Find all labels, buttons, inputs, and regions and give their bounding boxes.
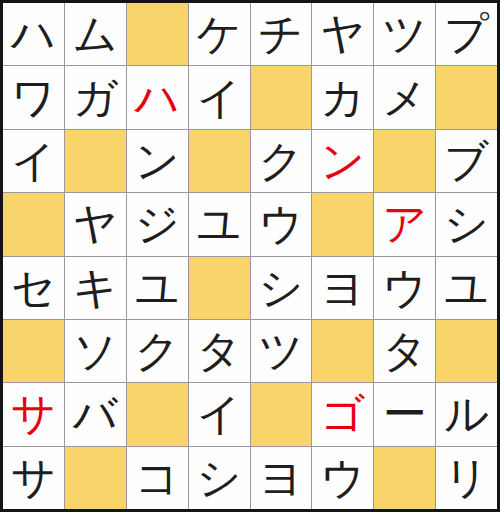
letter-cell: ム — [65, 3, 126, 65]
letter-cell: プ — [436, 3, 497, 65]
blocked-cell — [436, 320, 497, 382]
letter-cell: ツ — [251, 320, 312, 382]
letter-cell: コ — [127, 447, 188, 509]
letter-cell: ウ — [312, 447, 373, 509]
blocked-cell — [436, 66, 497, 128]
letter-cell: ユ — [127, 257, 188, 319]
letter-cell: ヤ — [312, 3, 373, 65]
letter-cell: ゴ — [312, 383, 373, 445]
blocked-cell — [312, 320, 373, 382]
blocked-cell — [3, 193, 64, 255]
letter-cell: ケ — [189, 3, 250, 65]
letter-cell: ン — [312, 130, 373, 192]
letter-cell: ユ — [189, 193, 250, 255]
letter-cell: ハ — [127, 66, 188, 128]
letter-cell: イ — [3, 130, 64, 192]
letter-cell: サ — [3, 383, 64, 445]
letter-cell: カ — [312, 66, 373, 128]
letter-cell: メ — [374, 66, 435, 128]
blocked-cell — [127, 3, 188, 65]
letter-cell: ワ — [3, 66, 64, 128]
blocked-cell — [65, 130, 126, 192]
letter-cell: ソ — [65, 320, 126, 382]
blocked-cell — [251, 66, 312, 128]
letter-cell: タ — [189, 320, 250, 382]
letter-cell: キ — [65, 257, 126, 319]
blocked-cell — [251, 383, 312, 445]
letter-cell: ン — [127, 130, 188, 192]
letter-cell: ツ — [374, 3, 435, 65]
letter-cell: ユ — [436, 257, 497, 319]
letter-cell: リ — [436, 447, 497, 509]
letter-cell: ア — [374, 193, 435, 255]
letter-cell: ー — [374, 383, 435, 445]
letter-cell: ウ — [251, 193, 312, 255]
blocked-cell — [3, 320, 64, 382]
letter-cell: ジ — [127, 193, 188, 255]
letter-cell: ル — [436, 383, 497, 445]
blocked-cell — [189, 257, 250, 319]
letter-cell: イ — [189, 383, 250, 445]
letter-cell: ハ — [3, 3, 64, 65]
letter-cell: シ — [189, 447, 250, 509]
blocked-cell — [374, 447, 435, 509]
letter-cell: シ — [436, 193, 497, 255]
blocked-cell — [65, 447, 126, 509]
letter-cell: ク — [127, 320, 188, 382]
letter-cell: タ — [374, 320, 435, 382]
blocked-cell — [374, 130, 435, 192]
letter-cell: ブ — [436, 130, 497, 192]
letter-cell: バ — [65, 383, 126, 445]
letter-cell: イ — [189, 66, 250, 128]
letter-cell: ク — [251, 130, 312, 192]
letter-cell: ヨ — [251, 447, 312, 509]
letter-cell: ウ — [374, 257, 435, 319]
blocked-cell — [189, 130, 250, 192]
blocked-cell — [127, 383, 188, 445]
letter-cell: サ — [3, 447, 64, 509]
letter-cell: シ — [251, 257, 312, 319]
letter-cell: ガ — [65, 66, 126, 128]
blocked-cell — [312, 193, 373, 255]
letter-cell: ヤ — [65, 193, 126, 255]
letter-cell: セ — [3, 257, 64, 319]
letter-cell: ヨ — [312, 257, 373, 319]
letter-cell: チ — [251, 3, 312, 65]
crossword-board: ハムケチヤツプワガハイカメインクンブヤジユウアシセキユシヨウユソクタツタサバイゴ… — [0, 0, 500, 512]
